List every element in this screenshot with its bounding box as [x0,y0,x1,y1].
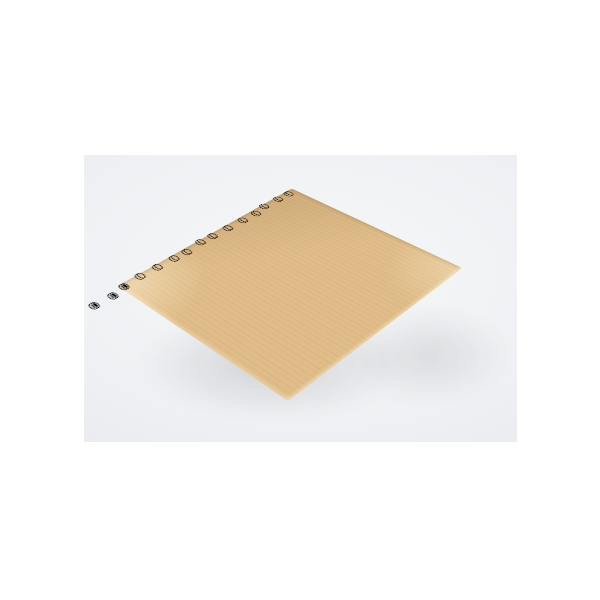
scene: ⛀⛀⛀⛀⛀⛀⛀⛀⛀⛀⛀⛀⛂⛂⛂⛂⛂⛂⛂⛂⛂⛂⛂⛂ [84,155,517,442]
product-photo: ⛀⛀⛀⛀⛀⛀⛀⛀⛀⛀⛀⛀⛂⛂⛂⛂⛂⛂⛂⛂⛂⛂⛂⛂ [84,155,517,442]
piece-glyph: ⛀ [191,236,211,247]
piece-glyph: ⛂ [84,308,87,322]
checkers-board: ⛀⛀⛀⛀⛀⛀⛀⛀⛀⛀⛀⛀⛂⛂⛂⛂⛂⛂⛂⛂⛂⛂⛂⛂ [118,189,463,402]
piece-glyph: ⛀ [164,252,185,264]
board-grid: ⛀⛀⛀⛀⛀⛀⛀⛀⛀⛀⛀⛀⛂⛂⛂⛂⛂⛂⛂⛂⛂⛂⛂⛂ [84,189,462,442]
piece-glyph: ⛀ [219,222,239,233]
piece-glyph: ⛀ [147,261,168,273]
page: ⛀⛀⛀⛀⛀⛀⛀⛀⛀⛀⛀⛀⛂⛂⛂⛂⛂⛂⛂⛂⛂⛂⛂⛂ [0,0,600,600]
piece-glyph: ⛀ [234,215,254,226]
piece-glyph: ⛀ [130,269,152,282]
